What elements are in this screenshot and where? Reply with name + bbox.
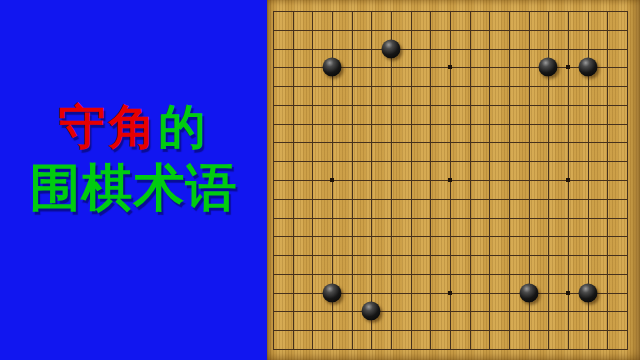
grid-cell	[293, 30, 313, 49]
grid-cell	[529, 86, 549, 105]
grid-cell	[391, 142, 411, 161]
grid-cell	[489, 199, 509, 218]
grid-cell	[509, 49, 529, 68]
black-stone[interactable]	[323, 283, 342, 302]
grid-cell	[391, 218, 411, 237]
grid-cell	[430, 255, 450, 274]
grid-cell	[352, 161, 372, 180]
grid-cell	[391, 199, 411, 218]
grid-cell	[430, 11, 450, 30]
grid-cell	[489, 67, 509, 86]
grid-cell	[332, 236, 352, 255]
grid-cell	[430, 293, 450, 312]
grid-cell	[450, 330, 470, 349]
grid-cell	[529, 180, 549, 199]
grid-cell	[548, 199, 568, 218]
grid-cell	[568, 11, 588, 30]
grid-cell	[607, 274, 627, 293]
grid-cell	[489, 124, 509, 143]
grid-cell	[489, 142, 509, 161]
grid-cell	[588, 124, 608, 143]
grid-cell	[529, 30, 549, 49]
grid-cell	[509, 180, 529, 199]
grid-cell	[568, 330, 588, 349]
grid-cell	[391, 67, 411, 86]
grid-cell	[607, 293, 627, 312]
grid-cell	[273, 30, 293, 49]
grid-cell	[450, 142, 470, 161]
grid-cell	[568, 161, 588, 180]
grid-cell	[371, 255, 391, 274]
grid-cell	[312, 142, 332, 161]
title-line-1: 守角的	[30, 101, 238, 153]
grid-cell	[607, 124, 627, 143]
grid-cell	[529, 124, 549, 143]
grid-cell	[548, 86, 568, 105]
grid-cell	[568, 86, 588, 105]
grid-cell	[273, 293, 293, 312]
grid-cell	[588, 105, 608, 124]
grid-cell	[293, 218, 313, 237]
grid-cell	[430, 105, 450, 124]
grid-cell	[548, 218, 568, 237]
grid-cell	[312, 218, 332, 237]
grid-cell	[548, 105, 568, 124]
grid-cell	[470, 218, 490, 237]
grid-cell	[312, 105, 332, 124]
grid-cell	[332, 11, 352, 30]
grid-cell	[293, 293, 313, 312]
grid-cell	[548, 124, 568, 143]
grid-cell	[391, 274, 411, 293]
grid-cell	[588, 11, 608, 30]
grid-cell	[568, 105, 588, 124]
grid-cell	[470, 236, 490, 255]
grid-cell	[489, 30, 509, 49]
grid-cell	[411, 11, 431, 30]
grid-cell	[371, 11, 391, 30]
grid-cell	[332, 255, 352, 274]
star-point	[448, 291, 452, 295]
grid-cell	[352, 11, 372, 30]
grid-cell	[450, 11, 470, 30]
grid-cell	[371, 161, 391, 180]
grid-cell	[411, 311, 431, 330]
grid-cell	[450, 86, 470, 105]
grid-cell	[293, 86, 313, 105]
grid-cell	[293, 67, 313, 86]
grid-cell	[430, 311, 450, 330]
grid-cell	[332, 218, 352, 237]
grid-cell	[352, 49, 372, 68]
grid-cell	[352, 180, 372, 199]
grid-cell	[273, 180, 293, 199]
grid-cell	[588, 161, 608, 180]
star-point	[566, 65, 570, 69]
grid-cell	[470, 11, 490, 30]
grid-cell	[509, 311, 529, 330]
grid-cell	[312, 86, 332, 105]
grid-cell	[273, 236, 293, 255]
grid-cell	[391, 124, 411, 143]
grid-cell	[293, 49, 313, 68]
grid-cell	[568, 255, 588, 274]
grid-cell	[332, 105, 352, 124]
grid-cell	[470, 124, 490, 143]
grid-cell	[489, 86, 509, 105]
grid-cell	[529, 142, 549, 161]
grid-cell	[332, 180, 352, 199]
grid-cell	[489, 255, 509, 274]
grid-cell	[293, 124, 313, 143]
grid-cell	[470, 49, 490, 68]
grid-cell	[273, 11, 293, 30]
black-stone[interactable]	[362, 302, 381, 321]
grid-cell	[509, 142, 529, 161]
title-green-suffix: 的	[159, 99, 209, 154]
grid-cell	[529, 161, 549, 180]
grid-cell	[352, 330, 372, 349]
grid-cell	[607, 236, 627, 255]
grid-cell	[588, 311, 608, 330]
grid-cell	[470, 67, 490, 86]
grid-cell	[509, 86, 529, 105]
grid-cell	[332, 311, 352, 330]
grid-cell	[293, 199, 313, 218]
grid-cell	[607, 105, 627, 124]
grid-cell	[332, 161, 352, 180]
grid-cell	[352, 199, 372, 218]
grid-cell	[607, 30, 627, 49]
grid-cell	[607, 67, 627, 86]
grid-cell	[312, 124, 332, 143]
grid-cell	[273, 142, 293, 161]
grid-cell	[312, 199, 332, 218]
grid-cell	[450, 199, 470, 218]
grid-cell	[588, 255, 608, 274]
grid-cell	[391, 311, 411, 330]
grid-cell	[529, 330, 549, 349]
grid-cell	[548, 293, 568, 312]
grid-cell	[548, 255, 568, 274]
grid-cell	[411, 49, 431, 68]
grid-cell	[568, 30, 588, 49]
grid-cell	[450, 30, 470, 49]
grid-cell	[450, 218, 470, 237]
grid-cell	[548, 330, 568, 349]
grid-cell	[509, 30, 529, 49]
page-title: 守角的 围棋术语	[30, 101, 238, 215]
grid-cell	[548, 142, 568, 161]
grid-cell	[509, 218, 529, 237]
grid-cell	[470, 330, 490, 349]
grid-cell	[371, 236, 391, 255]
grid-cell	[332, 199, 352, 218]
grid-cell	[568, 311, 588, 330]
grid-cell	[450, 236, 470, 255]
grid-cell	[371, 199, 391, 218]
grid-cell	[273, 255, 293, 274]
grid-cell	[470, 105, 490, 124]
grid-cell	[312, 11, 332, 30]
grid-cell	[411, 124, 431, 143]
grid-cell	[430, 236, 450, 255]
grid-cell	[489, 293, 509, 312]
grid-cell	[607, 218, 627, 237]
grid-cell	[450, 67, 470, 86]
grid-cell	[293, 161, 313, 180]
grid-cell	[411, 199, 431, 218]
grid-cell	[529, 236, 549, 255]
grid-cell	[293, 180, 313, 199]
grid-cell	[273, 49, 293, 68]
grid-cell	[489, 11, 509, 30]
grid-cell	[607, 255, 627, 274]
grid-cell	[273, 311, 293, 330]
grid-cell	[470, 86, 490, 105]
grid-cell	[529, 199, 549, 218]
grid-cell	[391, 11, 411, 30]
grid-cell	[548, 11, 568, 30]
go-board[interactable]	[267, 0, 640, 360]
grid-cell	[293, 11, 313, 30]
star-point	[566, 291, 570, 295]
grid-cell	[293, 255, 313, 274]
grid-cell	[430, 124, 450, 143]
black-stone[interactable]	[382, 39, 401, 58]
grid-cell	[450, 105, 470, 124]
grid-cell	[450, 49, 470, 68]
grid-cell	[450, 274, 470, 293]
grid-cell	[273, 199, 293, 218]
grid-cell	[489, 105, 509, 124]
goban-grid[interactable]	[273, 11, 628, 350]
grid-cell	[430, 199, 450, 218]
grid-cell	[411, 255, 431, 274]
grid-cell	[607, 180, 627, 199]
grid-cell	[470, 142, 490, 161]
grid-cell	[489, 180, 509, 199]
grid-cell	[293, 311, 313, 330]
video-frame: 守角的 围棋术语	[0, 0, 640, 360]
grid-cell	[391, 86, 411, 105]
grid-cell	[489, 161, 509, 180]
grid-cell	[430, 330, 450, 349]
grid-cell	[371, 124, 391, 143]
grid-cell	[411, 161, 431, 180]
grid-cell	[391, 105, 411, 124]
grid-cell	[411, 293, 431, 312]
grid-cell	[470, 199, 490, 218]
black-stone[interactable]	[519, 283, 538, 302]
grid-cell	[312, 255, 332, 274]
black-stone[interactable]	[539, 58, 558, 77]
grid-cell	[411, 67, 431, 86]
grid-cell	[568, 180, 588, 199]
grid-cell	[430, 30, 450, 49]
grid-cell	[273, 274, 293, 293]
star-point	[448, 65, 452, 69]
grid-cell	[352, 30, 372, 49]
star-point	[566, 178, 570, 182]
grid-cell	[352, 67, 372, 86]
grid-cell	[509, 199, 529, 218]
grid-cell	[489, 49, 509, 68]
grid-cell	[371, 86, 391, 105]
grid-cell	[509, 255, 529, 274]
grid-cell	[352, 218, 372, 237]
grid-cell	[430, 180, 450, 199]
grid-cell	[529, 105, 549, 124]
grid-cell	[391, 330, 411, 349]
grid-cell	[568, 199, 588, 218]
grid-cell	[391, 293, 411, 312]
grid-cell	[293, 236, 313, 255]
black-stone[interactable]	[578, 283, 597, 302]
grid-cell	[607, 86, 627, 105]
grid-cell	[489, 218, 509, 237]
grid-cell	[411, 180, 431, 199]
title-panel: 守角的 围棋术语	[0, 0, 267, 360]
grid-cell	[450, 161, 470, 180]
grid-cell	[293, 274, 313, 293]
grid-cell	[273, 124, 293, 143]
grid-cell	[568, 142, 588, 161]
grid-cell	[470, 293, 490, 312]
grid-cell	[312, 330, 332, 349]
grid-cell	[509, 161, 529, 180]
grid-cell	[391, 236, 411, 255]
grid-cell	[391, 180, 411, 199]
grid-cell	[352, 142, 372, 161]
grid-cell	[411, 274, 431, 293]
grid-cell	[588, 330, 608, 349]
grid-cell	[371, 218, 391, 237]
grid-cell	[588, 180, 608, 199]
grid-cell	[411, 86, 431, 105]
grid-cell	[293, 105, 313, 124]
grid-cell	[548, 236, 568, 255]
grid-cell	[548, 180, 568, 199]
grid-cell	[568, 218, 588, 237]
grid-cell	[509, 124, 529, 143]
grid-cell	[332, 86, 352, 105]
star-point	[330, 178, 334, 182]
grid-cell	[450, 293, 470, 312]
grid-cell	[411, 30, 431, 49]
grid-cell	[470, 30, 490, 49]
grid-cell	[470, 161, 490, 180]
grid-cell	[312, 180, 332, 199]
grid-cell	[293, 330, 313, 349]
grid-cell	[568, 236, 588, 255]
grid-cell	[588, 218, 608, 237]
grid-cell	[430, 67, 450, 86]
grid-cell	[371, 142, 391, 161]
grid-cell	[607, 49, 627, 68]
grid-cell	[509, 11, 529, 30]
grid-cell	[509, 236, 529, 255]
grid-cell	[470, 311, 490, 330]
grid-cell	[312, 30, 332, 49]
grid-cell	[568, 124, 588, 143]
grid-cell	[548, 30, 568, 49]
grid-cell	[430, 142, 450, 161]
grid-cell	[411, 330, 431, 349]
grid-cell	[470, 180, 490, 199]
grid-cell	[470, 274, 490, 293]
grid-cell	[450, 311, 470, 330]
grid-cell	[371, 180, 391, 199]
grid-cell	[332, 142, 352, 161]
grid-cell	[273, 161, 293, 180]
grid-cell	[588, 199, 608, 218]
grid-cell	[352, 105, 372, 124]
grid-cell	[489, 274, 509, 293]
grid-cell	[352, 86, 372, 105]
grid-cell	[411, 236, 431, 255]
black-stone[interactable]	[323, 58, 342, 77]
grid-cell	[273, 67, 293, 86]
grid-cell	[293, 142, 313, 161]
grid-cell	[588, 236, 608, 255]
grid-cell	[371, 105, 391, 124]
grid-cell	[588, 142, 608, 161]
grid-cell	[273, 86, 293, 105]
grid-cell	[529, 255, 549, 274]
grid-cell	[411, 142, 431, 161]
grid-cell	[450, 180, 470, 199]
grid-cell	[391, 255, 411, 274]
grid-cell	[312, 236, 332, 255]
grid-cell	[450, 124, 470, 143]
grid-cell	[450, 255, 470, 274]
grid-cell	[529, 218, 549, 237]
grid-cell	[391, 161, 411, 180]
grid-cell	[529, 11, 549, 30]
grid-cell	[489, 330, 509, 349]
grid-cell	[529, 311, 549, 330]
black-stone[interactable]	[578, 58, 597, 77]
grid-cell	[332, 330, 352, 349]
grid-cell	[489, 236, 509, 255]
grid-cell	[352, 236, 372, 255]
grid-cell	[588, 86, 608, 105]
grid-cell	[273, 218, 293, 237]
grid-cell	[509, 330, 529, 349]
grid-cell	[371, 67, 391, 86]
grid-cell	[411, 105, 431, 124]
grid-cell	[588, 30, 608, 49]
grid-cell	[273, 105, 293, 124]
grid-cell	[607, 11, 627, 30]
grid-cell	[607, 311, 627, 330]
grid-cell	[411, 218, 431, 237]
grid-cell	[607, 142, 627, 161]
grid-cell	[607, 330, 627, 349]
grid-cell	[509, 105, 529, 124]
title-line-2: 围棋术语	[30, 159, 238, 215]
grid-cell	[607, 161, 627, 180]
grid-cell	[352, 124, 372, 143]
grid-cell	[352, 255, 372, 274]
grid-cell	[371, 274, 391, 293]
star-point	[448, 178, 452, 182]
grid-cell	[352, 274, 372, 293]
grid-cell	[470, 255, 490, 274]
grid-cell	[332, 124, 352, 143]
grid-cell	[548, 311, 568, 330]
